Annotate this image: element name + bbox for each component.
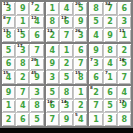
block-2: 14205813691327263 (46, 2, 88, 42)
cell-value: 4 (78, 116, 84, 124)
block-9: 826475179138 (89, 86, 131, 126)
cell-value: 4 (64, 5, 70, 13)
cage-sum-label: 8 (3, 16, 6, 20)
cell-value: 3 (93, 60, 99, 68)
cell-r5c3[interactable]: 201 (30, 58, 43, 71)
cell-r8c6[interactable]: 2 (74, 100, 87, 113)
cell-value: 6 (107, 89, 113, 97)
cell-value: 6 (34, 32, 40, 40)
cell-r6c3[interactable]: 459 (30, 71, 43, 84)
cell-r1c1[interactable]: 123 (2, 2, 15, 15)
cell-r1c6[interactable]: 205 (74, 2, 87, 15)
cage-sum-label: 26 (75, 29, 81, 33)
cell-value: 6 (20, 116, 26, 124)
cell-value: 9 (64, 116, 70, 124)
cell-value: 8 (49, 18, 55, 26)
cage-sum-label: 45 (31, 71, 37, 75)
cell-value: 2 (122, 47, 128, 55)
cell-value: 6 (93, 74, 99, 82)
cell-value: 4 (49, 47, 55, 55)
block-8: 58116614327954 (46, 86, 88, 126)
cage-sum-label: 13 (47, 29, 53, 33)
cell-r3c3[interactable]: 6 (30, 29, 43, 42)
cell-r9c4[interactable]: 7 (46, 113, 59, 126)
cell-value: 8 (34, 102, 40, 110)
cell-value: 8 (6, 32, 12, 40)
cell-value: 3 (78, 32, 84, 40)
cell-r3c5[interactable]: 7 (60, 29, 73, 42)
cell-value: 1 (78, 89, 84, 97)
cell-value: 2 (78, 102, 84, 110)
block-6: 9827341656717 (89, 44, 131, 84)
cell-value: 7 (34, 47, 40, 55)
cell-value: 4 (93, 32, 99, 40)
cell-value: 8 (122, 116, 128, 124)
cell-value: 5 (49, 89, 55, 97)
cell-r1c7[interactable]: 8 (89, 2, 102, 15)
cell-value: 9 (78, 18, 84, 26)
cell-value: 4 (20, 102, 26, 110)
cell-r3c4[interactable]: 132 (46, 29, 59, 42)
cage-sum-label: 17 (119, 100, 125, 104)
cell-r7c3[interactable]: 3 (30, 86, 43, 99)
cell-r2c2[interactable]: 1 (16, 16, 29, 29)
cell-value: 3 (49, 74, 55, 82)
cell-r6c5[interactable]: 5 (60, 71, 73, 84)
cell-value: 8 (93, 5, 99, 13)
cell-r4c7[interactable]: 9 (89, 44, 102, 57)
cell-r6c7[interactable]: 6 (89, 71, 102, 84)
cell-r9c3[interactable]: 5 (30, 113, 43, 126)
cell-value: 4 (107, 60, 113, 68)
block-5: 41692735158 (46, 44, 88, 84)
cell-r7c4[interactable]: 5 (46, 86, 59, 99)
cage-sum-label: 12 (3, 2, 9, 6)
cell-value: 1 (93, 116, 99, 124)
cell-r3c6[interactable]: 263 (74, 29, 87, 42)
cell-r7c1[interactable]: 9 (2, 86, 15, 99)
cell-value: 9 (93, 47, 99, 55)
cell-r7c2[interactable]: 7 (16, 86, 29, 99)
cell-r7c7[interactable]: 82 (89, 86, 102, 99)
cell-value: 9 (34, 74, 40, 82)
cell-value: 1 (122, 32, 128, 40)
cell-value: 7 (107, 5, 113, 13)
cell-value: 1 (49, 5, 55, 13)
cell-r7c9[interactable]: 4 (118, 86, 131, 99)
cell-value: 7 (93, 102, 99, 110)
cell-value: 2 (34, 5, 40, 13)
cell-r9c6[interactable]: 54 (74, 113, 87, 126)
sudoku-board: 1239728711241381156142058136913272638347… (0, 0, 133, 128)
cage-sum-label: 15 (3, 71, 9, 75)
block-4: 51737682011542459 (2, 44, 44, 84)
cell-value: 2 (93, 89, 99, 97)
cage-sum-label: 7 (90, 58, 93, 62)
cell-r5c2[interactable]: 8 (16, 58, 29, 71)
cell-r5c9[interactable]: 165 (118, 58, 131, 71)
cell-r5c4[interactable]: 9 (46, 58, 59, 71)
cell-r9c8[interactable]: 3 (104, 113, 117, 126)
cage-sum-label: 13 (3, 29, 9, 33)
cell-value: 8 (20, 60, 26, 68)
cell-value: 2 (49, 32, 55, 40)
cell-r7c6[interactable]: 1 (74, 86, 87, 99)
cell-r8c9[interactable]: 179 (118, 100, 131, 113)
cage-sum-label: 8 (90, 86, 93, 90)
cell-value: 5 (20, 32, 26, 40)
cell-value: 9 (107, 32, 113, 40)
block-1: 1239728711241381156 (2, 2, 44, 42)
window-bottom-edge (0, 128, 133, 133)
cell-r2c3[interactable]: 124 (30, 16, 43, 29)
cell-r9c9[interactable]: 8 (118, 113, 131, 126)
cell-r6c9[interactable]: 7 (118, 71, 131, 84)
cell-value: 5 (64, 74, 70, 82)
cage-sum-label: 16 (47, 100, 53, 104)
block-7: 973148265 (2, 86, 44, 126)
cell-value: 1 (6, 102, 12, 110)
cell-value: 7 (6, 18, 12, 26)
cage-sum-label: 20 (31, 58, 37, 62)
cell-r8c8[interactable]: 5 (104, 100, 117, 113)
cage-sum-label: 15 (75, 71, 81, 75)
cell-r4c2[interactable]: 173 (16, 44, 29, 57)
cell-r3c2[interactable]: 115 (16, 29, 29, 42)
cell-value: 2 (107, 18, 113, 26)
cage-sum-label: 5 (75, 113, 78, 117)
cell-r2c9[interactable]: 3 (118, 16, 131, 29)
cell-r9c1[interactable]: 2 (2, 113, 15, 126)
cage-sum-label: 11 (17, 29, 23, 33)
block-3: 8347652349111 (89, 2, 131, 42)
cell-value: 5 (93, 18, 99, 26)
cell-value: 1 (20, 18, 26, 26)
cell-r8c2[interactable]: 4 (16, 100, 29, 113)
cell-value: 4 (6, 74, 12, 82)
cage-sum-label: 12 (31, 16, 37, 20)
cell-value: 5 (6, 47, 12, 55)
cell-value: 1 (64, 47, 70, 55)
cell-r2c6[interactable]: 9 (74, 16, 87, 29)
cell-value: 7 (122, 74, 128, 82)
cell-value: 7 (49, 116, 55, 124)
app-window: 1239728711241381156142058136913272638347… (0, 0, 133, 133)
cell-value: 9 (49, 60, 55, 68)
cell-value: 2 (20, 74, 26, 82)
cell-value: 4 (122, 89, 128, 97)
cell-r7c5[interactable]: 8 (60, 86, 73, 99)
cell-r5c6[interactable]: 7 (74, 58, 87, 71)
cell-r3c7[interactable]: 4 (89, 29, 102, 42)
cage-sum-label: 7 (105, 71, 108, 75)
cell-r8c1[interactable]: 1 (2, 100, 15, 113)
cage-sum-label: 17 (17, 44, 23, 48)
cell-r1c8[interactable]: 347 (104, 2, 117, 15)
cell-r7c8[interactable]: 6 (104, 86, 117, 99)
cell-r8c3[interactable]: 8 (30, 100, 43, 113)
cell-value: 8 (64, 89, 70, 97)
cell-r6c2[interactable]: 2 (16, 71, 29, 84)
cell-value: 3 (34, 89, 40, 97)
cell-r5c1[interactable]: 6 (2, 58, 15, 71)
cell-r2c8[interactable]: 2 (104, 16, 117, 29)
cage-sum-label: 14 (61, 100, 67, 104)
cell-r1c4[interactable]: 1 (46, 2, 59, 15)
cell-r4c1[interactable]: 5 (2, 44, 15, 57)
cell-value: 5 (107, 102, 113, 110)
cell-value: 1 (107, 74, 113, 82)
cage-sum-label: 34 (105, 2, 111, 6)
cell-r4c4[interactable]: 4 (46, 44, 59, 57)
cell-value: 5 (78, 5, 84, 13)
cell-value: 8 (107, 47, 113, 55)
cell-value: 2 (64, 60, 70, 68)
cell-value: 6 (122, 5, 128, 13)
cell-value: 7 (20, 89, 26, 97)
cell-value: 9 (20, 5, 26, 13)
cell-r5c8[interactable]: 4 (104, 58, 117, 71)
cell-value: 7 (78, 60, 84, 68)
cell-r5c7[interactable]: 73 (89, 58, 102, 71)
cage-sum-label: 11 (119, 29, 125, 33)
cell-r3c1[interactable]: 138 (2, 29, 15, 42)
cell-value: 5 (34, 116, 40, 124)
cell-r5c5[interactable]: 2 (60, 58, 73, 71)
cell-value: 7 (64, 32, 70, 40)
cell-r1c3[interactable]: 72 (30, 2, 43, 15)
cell-value: 3 (6, 5, 12, 13)
cell-r9c5[interactable]: 9 (60, 113, 73, 126)
cell-r2c4[interactable]: 8 (46, 16, 59, 29)
cell-r8c7[interactable]: 7 (89, 100, 102, 113)
cell-r4c5[interactable]: 1 (60, 44, 73, 57)
cell-value: 3 (20, 47, 26, 55)
cell-value: 8 (78, 74, 84, 82)
cell-r3c8[interactable]: 9 (104, 29, 117, 42)
cell-r8c4[interactable]: 166 (46, 100, 59, 113)
cell-r4c8[interactable]: 8 (104, 44, 117, 57)
cell-r6c1[interactable]: 154 (2, 71, 15, 84)
cell-r6c8[interactable]: 71 (104, 71, 117, 84)
cell-value: 2 (6, 116, 12, 124)
cell-r4c9[interactable]: 2 (118, 44, 131, 57)
cell-r1c5[interactable]: 4 (60, 2, 73, 15)
cell-r1c9[interactable]: 6 (118, 2, 131, 15)
cell-r4c6[interactable]: 6 (74, 44, 87, 57)
cell-r2c7[interactable]: 5 (89, 16, 102, 29)
cell-r1c2[interactable]: 9 (16, 2, 29, 15)
cell-r2c5[interactable]: 136 (60, 16, 73, 29)
cell-r8c5[interactable]: 143 (60, 100, 73, 113)
cell-value: 6 (78, 47, 84, 55)
cell-r9c7[interactable]: 1 (89, 113, 102, 126)
cage-sum-label: 20 (75, 2, 81, 6)
cell-r3c9[interactable]: 111 (118, 29, 131, 42)
cell-r2c1[interactable]: 87 (2, 16, 15, 29)
cell-r9c2[interactable]: 6 (16, 113, 29, 126)
cell-value: 3 (107, 116, 113, 124)
cage-sum-label: 16 (119, 58, 125, 62)
cell-value: 9 (6, 89, 12, 97)
cell-r4c3[interactable]: 7 (30, 44, 43, 57)
cell-value: 3 (122, 18, 128, 26)
cell-r6c4[interactable]: 3 (46, 71, 59, 84)
cell-r6c6[interactable]: 158 (74, 71, 87, 84)
cage-sum-label: 13 (61, 16, 67, 20)
cell-value: 6 (6, 60, 12, 68)
